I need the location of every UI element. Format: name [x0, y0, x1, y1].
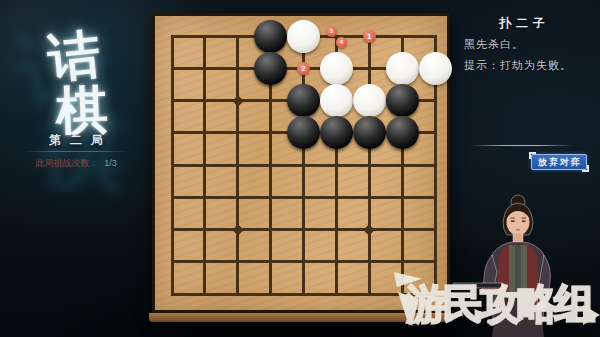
grid-line-horizontal [171, 293, 437, 296]
white-stone[interactable] [287, 20, 320, 53]
move-marker-3: 3 [326, 26, 337, 37]
puzzle-objective: 黑先杀白。 [464, 37, 524, 52]
go-board[interactable]: 1234 [152, 13, 450, 313]
white-stone[interactable] [419, 52, 452, 85]
star-point [232, 224, 243, 235]
star-point [364, 224, 375, 235]
puzzle-hint: 提示：打劫为失败。 [464, 58, 572, 73]
move-marker-4: 4 [336, 37, 347, 48]
move-marker-1: 1 [363, 30, 376, 43]
black-stone[interactable] [353, 116, 386, 149]
right-divider [470, 145, 573, 146]
go-board-side-edge [149, 313, 453, 322]
forfeit-button[interactable]: 放弃对弈 [531, 154, 587, 170]
black-stone[interactable] [386, 116, 419, 149]
white-stone[interactable] [386, 52, 419, 85]
grid-line-horizontal [171, 164, 437, 167]
white-stone[interactable] [320, 84, 353, 117]
grid-line-vertical [368, 35, 371, 296]
grid-line-horizontal [171, 260, 437, 263]
attempts-counter: 此局挑战次数：1/3 [0, 157, 152, 170]
move-marker-2: 2 [297, 62, 310, 75]
round-label: 第二局 [0, 132, 152, 149]
star-point [232, 95, 243, 106]
grid-line-horizontal [171, 196, 437, 199]
black-stone[interactable] [386, 84, 419, 117]
black-stone[interactable] [287, 84, 320, 117]
attempts-label: 此局挑战次数： [35, 158, 98, 168]
black-stone[interactable] [254, 52, 287, 85]
black-stone[interactable] [320, 116, 353, 149]
black-stone[interactable] [254, 20, 287, 53]
white-stone[interactable] [320, 52, 353, 85]
game-screen: 诘 棋 诘 棋 第二局 此局挑战次数：1/3 1234 扑二子 黑先杀白。 提示… [0, 0, 600, 337]
white-stone[interactable] [353, 84, 386, 117]
grid-line-horizontal [171, 228, 437, 231]
left-divider [22, 151, 130, 152]
black-stone[interactable] [287, 116, 320, 149]
attempts-value: 1/3 [104, 158, 117, 168]
character-portrait [435, 192, 600, 337]
puzzle-title: 扑二子 [452, 15, 592, 32]
